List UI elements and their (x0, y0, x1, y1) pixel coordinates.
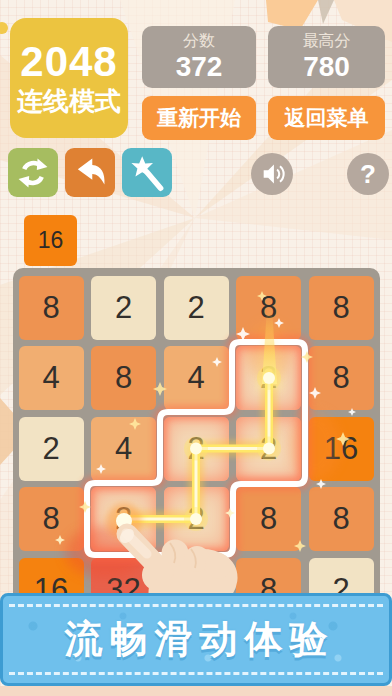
refresh-button[interactable] (8, 148, 58, 197)
logo-title: 2048 (20, 39, 117, 85)
sound-on-icon (256, 158, 288, 190)
tile-r1c3[interactable]: 2 (164, 276, 229, 340)
tile-r4c2[interactable]: 2 (91, 487, 156, 551)
score-box: 分数 372 (142, 26, 256, 88)
banner-dashed-line-top (9, 604, 383, 607)
tile-r2c3[interactable]: 4 (164, 346, 229, 410)
floating-tile-16[interactable]: 16 (24, 215, 77, 266)
help-button[interactable]: ? (347, 153, 389, 195)
tile-r4c5[interactable]: 8 (309, 487, 374, 551)
tile-r4c4[interactable]: 8 (236, 487, 301, 551)
tile-r1c1[interactable]: 8 (19, 276, 84, 340)
restart-button[interactable]: 重新开始 (142, 96, 256, 140)
undo-icon (71, 154, 109, 192)
tile-r4c3[interactable]: 2 (164, 487, 229, 551)
tile-r2c1[interactable]: 4 (19, 346, 84, 410)
tile-r3c4[interactable]: 2 (236, 417, 301, 481)
best-score-box: 最高分 780 (268, 26, 385, 88)
banner-text: 流畅滑动体验 (58, 614, 335, 665)
tile-r3c2[interactable]: 4 (91, 417, 156, 481)
game-logo: 2048 连线模式 (10, 18, 128, 138)
sound-button[interactable] (251, 153, 293, 195)
tile-r1c5[interactable]: 8 (309, 276, 374, 340)
tile-r3c3[interactable]: 2 (164, 417, 229, 481)
tile-r1c4[interactable]: 8 (236, 276, 301, 340)
help-icon: ? (360, 159, 376, 190)
magic-wand-button[interactable] (122, 148, 172, 197)
best-score-label: 最高分 (303, 31, 351, 51)
score-label: 分数 (183, 31, 215, 51)
tile-r1c2[interactable]: 2 (91, 276, 156, 340)
magic-wand-icon (127, 153, 167, 193)
tile-r3c5[interactable]: 16 (309, 417, 374, 481)
score-value: 372 (176, 51, 223, 83)
tile-r4c1[interactable]: 8 (19, 487, 84, 551)
bottom-banner: 流畅滑动体验 (0, 593, 392, 686)
banner-dashed-line-bottom (9, 672, 383, 675)
bottom-edge-strip (0, 686, 392, 696)
logo-subtitle: 连线模式 (17, 85, 121, 117)
board: 822884842824221682288163282 (13, 268, 380, 628)
return-menu-button[interactable]: 返回菜单 (268, 96, 385, 140)
tile-r2c2[interactable]: 8 (91, 346, 156, 410)
return-menu-button-label: 返回菜单 (285, 104, 369, 132)
best-score-value: 780 (303, 51, 350, 83)
undo-button[interactable] (65, 148, 115, 197)
tile-r3c1[interactable]: 2 (19, 417, 84, 481)
restart-button-label: 重新开始 (157, 104, 241, 132)
game-screen: { "game": "2048 link-connect mode (2048 … (0, 0, 392, 696)
tile-r2c5[interactable]: 8 (309, 346, 374, 410)
tile-r2c4[interactable]: 2 (236, 346, 301, 410)
refresh-icon (14, 154, 52, 192)
